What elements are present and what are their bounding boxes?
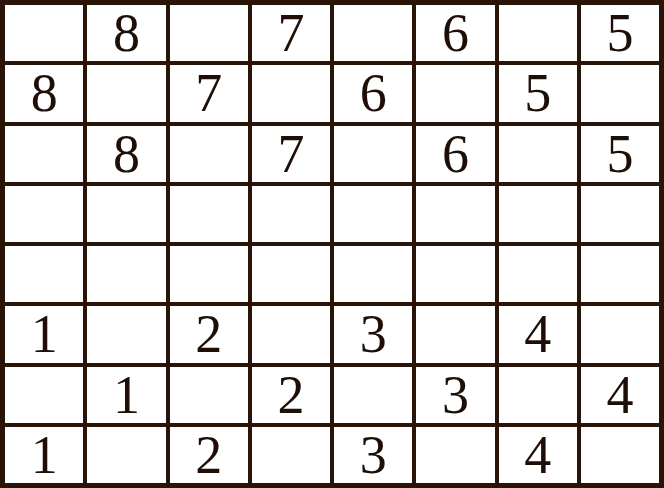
grid-cell-r3c5[interactable]: [334, 126, 412, 182]
grid-cell-r3c7[interactable]: [499, 126, 577, 182]
grid-cell-r2c2[interactable]: [87, 65, 165, 121]
grid-cell-r3c4[interactable]: 7: [252, 126, 330, 182]
grid-cell-r4c7[interactable]: [499, 186, 577, 242]
grid-cell-r5c6[interactable]: [416, 246, 494, 302]
grid-cell-r6c3[interactable]: 2: [170, 306, 248, 362]
grid-cell-r5c3[interactable]: [170, 246, 248, 302]
grid-cell-r5c4[interactable]: [252, 246, 330, 302]
grid-cell-r8c1[interactable]: 1: [5, 427, 83, 483]
grid-cell-r3c1[interactable]: [5, 126, 83, 182]
grid-cell-r4c4[interactable]: [252, 186, 330, 242]
grid-cell-r2c8[interactable]: [581, 65, 659, 121]
grid-cell-r5c1[interactable]: [5, 246, 83, 302]
grid-cell-r1c4[interactable]: 7: [252, 5, 330, 61]
grid-cell-r8c3[interactable]: 2: [170, 427, 248, 483]
grid-cell-r6c1[interactable]: 1: [5, 306, 83, 362]
grid-cell-r7c4[interactable]: 2: [252, 367, 330, 423]
grid-cell-r2c4[interactable]: [252, 65, 330, 121]
grid-cell-r5c7[interactable]: [499, 246, 577, 302]
grid-cell-r3c6[interactable]: 6: [416, 126, 494, 182]
grid-cell-r1c3[interactable]: [170, 5, 248, 61]
grid-cell-r7c7[interactable]: [499, 367, 577, 423]
grid-cell-r2c3[interactable]: 7: [170, 65, 248, 121]
grid-cell-r8c6[interactable]: [416, 427, 494, 483]
grid-cell-r7c1[interactable]: [5, 367, 83, 423]
grid-cell-r1c7[interactable]: [499, 5, 577, 61]
grid-cell-r7c5[interactable]: [334, 367, 412, 423]
grid-cell-r4c2[interactable]: [87, 186, 165, 242]
grid-cell-r4c8[interactable]: [581, 186, 659, 242]
grid-cell-r1c5[interactable]: [334, 5, 412, 61]
grid-cell-r5c5[interactable]: [334, 246, 412, 302]
grid-cell-r4c6[interactable]: [416, 186, 494, 242]
grid-cell-r4c1[interactable]: [5, 186, 83, 242]
grid-cell-r4c5[interactable]: [334, 186, 412, 242]
grid-cell-r8c4[interactable]: [252, 427, 330, 483]
grid-cell-r2c6[interactable]: [416, 65, 494, 121]
grid-cell-r4c3[interactable]: [170, 186, 248, 242]
grid-cell-r6c8[interactable]: [581, 306, 659, 362]
grid-cell-r1c2[interactable]: 8: [87, 5, 165, 61]
grid-cell-r1c1[interactable]: [5, 5, 83, 61]
grid-cell-r6c6[interactable]: [416, 306, 494, 362]
grid-cell-r8c7[interactable]: 4: [499, 427, 577, 483]
grid-cell-r7c8[interactable]: 4: [581, 367, 659, 423]
grid-cell-r6c4[interactable]: [252, 306, 330, 362]
grid-cell-r2c7[interactable]: 5: [499, 65, 577, 121]
grid-cell-r5c8[interactable]: [581, 246, 659, 302]
grid-cell-r7c2[interactable]: 1: [87, 367, 165, 423]
grid-cell-r3c8[interactable]: 5: [581, 126, 659, 182]
grid-cell-r6c5[interactable]: 3: [334, 306, 412, 362]
grid-cell-r7c3[interactable]: [170, 367, 248, 423]
grid-cell-r8c2[interactable]: [87, 427, 165, 483]
grid-cell-r3c2[interactable]: 8: [87, 126, 165, 182]
grid-cell-r1c6[interactable]: 6: [416, 5, 494, 61]
grid-cell-r1c8[interactable]: 5: [581, 5, 659, 61]
grid-cell-r3c3[interactable]: [170, 126, 248, 182]
grid-cell-r6c7[interactable]: 4: [499, 306, 577, 362]
grid-cell-r2c5[interactable]: 6: [334, 65, 412, 121]
grid-cell-r2c1[interactable]: 8: [5, 65, 83, 121]
puzzle-board: 876587658765123412341234: [0, 0, 664, 488]
grid-cell-r8c5[interactable]: 3: [334, 427, 412, 483]
grid-cell-r7c6[interactable]: 3: [416, 367, 494, 423]
grid-cell-r8c8[interactable]: [581, 427, 659, 483]
grid-cell-r6c2[interactable]: [87, 306, 165, 362]
grid-cell-r5c2[interactable]: [87, 246, 165, 302]
